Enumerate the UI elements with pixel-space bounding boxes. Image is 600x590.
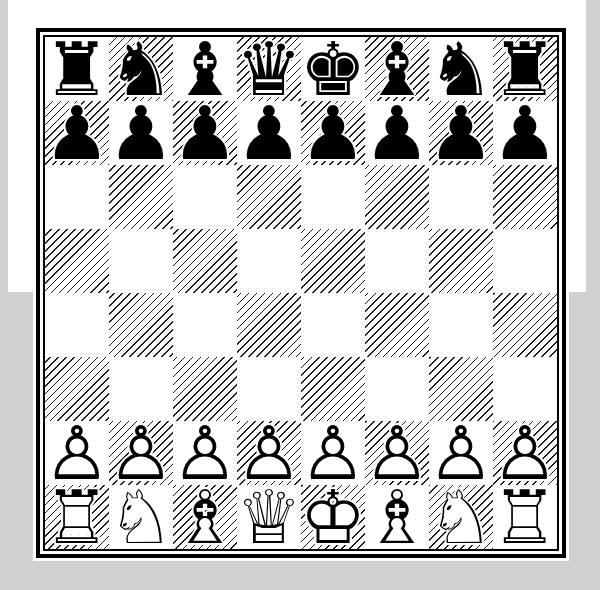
- square-b4[interactable]: [109, 293, 173, 357]
- square-b6[interactable]: [109, 165, 173, 229]
- piece-black-pawn-icon: ♟: [301, 101, 365, 165]
- piece-halo: ♜: [493, 37, 557, 101]
- square-d8[interactable]: ♛♛: [237, 37, 301, 101]
- piece-black-rook-icon: ♜: [493, 37, 557, 101]
- piece-halo: ♜: [493, 485, 557, 549]
- piece-halo: ♟: [237, 421, 301, 485]
- square-e5[interactable]: [301, 229, 365, 293]
- square-d7[interactable]: ♟♟: [237, 101, 301, 165]
- piece-white-pawn-icon: ♙: [173, 421, 237, 485]
- piece-black-pawn-icon: ♟: [237, 101, 301, 165]
- screen: { "game": "chess", "position": { "fen": …: [0, 0, 600, 590]
- square-g7[interactable]: ♟♟: [429, 101, 493, 165]
- square-d6[interactable]: [237, 165, 301, 229]
- piece-halo: ♞: [429, 485, 493, 549]
- piece-halo: ♝: [365, 37, 429, 101]
- piece-white-bishop-icon: ♗: [365, 485, 429, 549]
- piece-white-pawn-icon: ♙: [493, 421, 557, 485]
- square-f6[interactable]: [365, 165, 429, 229]
- piece-halo: ♟: [365, 421, 429, 485]
- square-b8[interactable]: ♞♞: [109, 37, 173, 101]
- piece-halo: ♚: [301, 37, 365, 101]
- piece-white-pawn-icon: ♙: [301, 421, 365, 485]
- square-c7[interactable]: ♟♟: [173, 101, 237, 165]
- square-c8[interactable]: ♝♝: [173, 37, 237, 101]
- piece-white-knight-icon: ♘: [429, 485, 493, 549]
- square-h2[interactable]: ♟♙: [493, 421, 557, 485]
- piece-white-pawn-icon: ♙: [45, 421, 109, 485]
- piece-halo: ♜: [45, 485, 109, 549]
- piece-black-queen-icon: ♛: [237, 37, 301, 101]
- square-e7[interactable]: ♟♟: [301, 101, 365, 165]
- piece-black-pawn-icon: ♟: [493, 101, 557, 165]
- square-h3[interactable]: [493, 357, 557, 421]
- square-h8[interactable]: ♜♜: [493, 37, 557, 101]
- piece-halo: ♟: [109, 101, 173, 165]
- piece-white-knight-icon: ♘: [109, 485, 173, 549]
- square-a1[interactable]: ♜♖: [45, 485, 109, 549]
- piece-white-bishop-icon: ♗: [173, 485, 237, 549]
- piece-black-pawn-icon: ♟: [429, 101, 493, 165]
- square-a4[interactable]: [45, 293, 109, 357]
- square-d2[interactable]: ♟♙: [237, 421, 301, 485]
- square-b5[interactable]: [109, 229, 173, 293]
- piece-black-king-icon: ♚: [301, 37, 365, 101]
- piece-halo: ♟: [173, 421, 237, 485]
- square-a6[interactable]: [45, 165, 109, 229]
- piece-black-knight-icon: ♞: [429, 37, 493, 101]
- piece-halo: ♚: [301, 485, 365, 549]
- square-f3[interactable]: [365, 357, 429, 421]
- square-f5[interactable]: [365, 229, 429, 293]
- piece-halo: ♟: [301, 101, 365, 165]
- square-e3[interactable]: [301, 357, 365, 421]
- square-b3[interactable]: [109, 357, 173, 421]
- piece-halo: ♝: [173, 37, 237, 101]
- piece-white-pawn-icon: ♙: [429, 421, 493, 485]
- piece-halo: ♝: [173, 485, 237, 549]
- square-c3[interactable]: [173, 357, 237, 421]
- piece-white-king-icon: ♔: [301, 485, 365, 549]
- piece-black-bishop-icon: ♝: [365, 37, 429, 101]
- square-g3[interactable]: [429, 357, 493, 421]
- square-h1[interactable]: ♜♖: [493, 485, 557, 549]
- square-b2[interactable]: ♟♙: [109, 421, 173, 485]
- square-f7[interactable]: ♟♟: [365, 101, 429, 165]
- piece-halo: ♜: [45, 37, 109, 101]
- piece-black-pawn-icon: ♟: [45, 101, 109, 165]
- square-e8[interactable]: ♚♚: [301, 37, 365, 101]
- piece-halo: ♟: [365, 101, 429, 165]
- square-g6[interactable]: [429, 165, 493, 229]
- square-e6[interactable]: [301, 165, 365, 229]
- square-a3[interactable]: [45, 357, 109, 421]
- square-g2[interactable]: ♟♙: [429, 421, 493, 485]
- square-a2[interactable]: ♟♙: [45, 421, 109, 485]
- square-d3[interactable]: [237, 357, 301, 421]
- square-c1[interactable]: ♝♗: [173, 485, 237, 549]
- square-e1[interactable]: ♚♔: [301, 485, 365, 549]
- square-h5[interactable]: [493, 229, 557, 293]
- board-border: ♜♜♞♞♝♝♛♛♚♚♝♝♞♞♜♜♟♟♟♟♟♟♟♟♟♟♟♟♟♟♟♟♟♙♟♙♟♙♟♙…: [36, 28, 566, 558]
- piece-black-bishop-icon: ♝: [173, 37, 237, 101]
- piece-white-rook-icon: ♖: [493, 485, 557, 549]
- piece-halo: ♟: [493, 421, 557, 485]
- piece-halo: ♟: [173, 101, 237, 165]
- square-g4[interactable]: [429, 293, 493, 357]
- square-d4[interactable]: [237, 293, 301, 357]
- piece-halo: ♟: [45, 101, 109, 165]
- piece-white-pawn-icon: ♙: [237, 421, 301, 485]
- piece-white-pawn-icon: ♙: [365, 421, 429, 485]
- square-a7[interactable]: ♟♟: [45, 101, 109, 165]
- piece-black-pawn-icon: ♟: [173, 101, 237, 165]
- chess-board: ♜♜♞♞♝♝♛♛♚♚♝♝♞♞♜♜♟♟♟♟♟♟♟♟♟♟♟♟♟♟♟♟♟♙♟♙♟♙♟♙…: [33, 25, 569, 561]
- square-g5[interactable]: [429, 229, 493, 293]
- square-c4[interactable]: [173, 293, 237, 357]
- square-c6[interactable]: [173, 165, 237, 229]
- piece-halo: ♞: [109, 485, 173, 549]
- square-b7[interactable]: ♟♟: [109, 101, 173, 165]
- piece-halo: ♛: [237, 485, 301, 549]
- piece-white-rook-icon: ♖: [45, 485, 109, 549]
- square-b1[interactable]: ♞♘: [109, 485, 173, 549]
- square-e4[interactable]: [301, 293, 365, 357]
- piece-halo: ♟: [301, 421, 365, 485]
- square-a8[interactable]: ♜♜: [45, 37, 109, 101]
- square-f8[interactable]: ♝♝: [365, 37, 429, 101]
- square-h4[interactable]: [493, 293, 557, 357]
- square-f2[interactable]: ♟♙: [365, 421, 429, 485]
- piece-halo: ♟: [429, 421, 493, 485]
- board-squares: ♜♜♞♞♝♝♛♛♚♚♝♝♞♞♜♜♟♟♟♟♟♟♟♟♟♟♟♟♟♟♟♟♟♙♟♙♟♙♟♙…: [43, 35, 559, 551]
- square-g8[interactable]: ♞♞: [429, 37, 493, 101]
- square-g1[interactable]: ♞♘: [429, 485, 493, 549]
- piece-halo: ♞: [429, 37, 493, 101]
- piece-halo: ♛: [237, 37, 301, 101]
- square-d5[interactable]: [237, 229, 301, 293]
- piece-halo: ♟: [429, 101, 493, 165]
- piece-halo: ♝: [365, 485, 429, 549]
- piece-halo: ♟: [237, 101, 301, 165]
- square-h7[interactable]: ♟♟: [493, 101, 557, 165]
- piece-halo: ♟: [109, 421, 173, 485]
- piece-halo: ♞: [109, 37, 173, 101]
- square-c5[interactable]: [173, 229, 237, 293]
- piece-halo: ♟: [45, 421, 109, 485]
- piece-black-rook-icon: ♜: [45, 37, 109, 101]
- piece-black-pawn-icon: ♟: [365, 101, 429, 165]
- square-f1[interactable]: ♝♗: [365, 485, 429, 549]
- piece-white-queen-icon: ♕: [237, 485, 301, 549]
- square-e2[interactable]: ♟♙: [301, 421, 365, 485]
- square-a5[interactable]: [45, 229, 109, 293]
- square-f4[interactable]: [365, 293, 429, 357]
- square-d1[interactable]: ♛♕: [237, 485, 301, 549]
- piece-white-pawn-icon: ♙: [109, 421, 173, 485]
- square-h6[interactable]: [493, 165, 557, 229]
- piece-black-knight-icon: ♞: [109, 37, 173, 101]
- piece-black-pawn-icon: ♟: [109, 101, 173, 165]
- square-c2[interactable]: ♟♙: [173, 421, 237, 485]
- piece-halo: ♟: [493, 101, 557, 165]
